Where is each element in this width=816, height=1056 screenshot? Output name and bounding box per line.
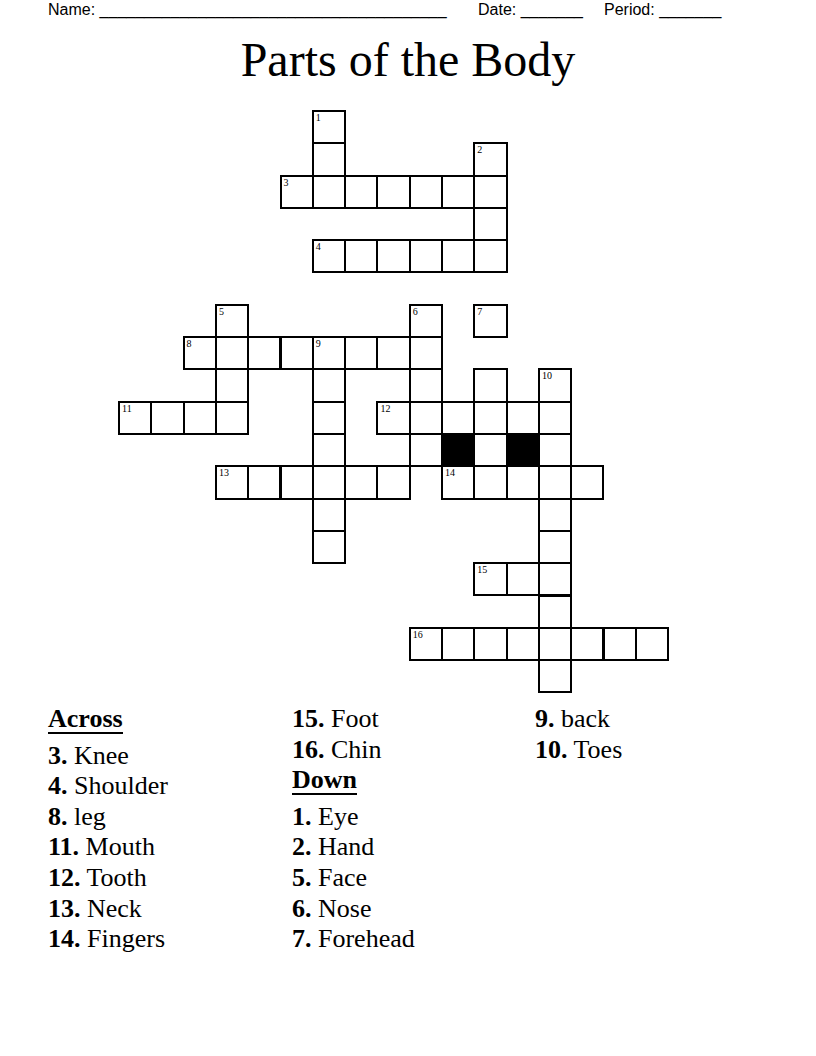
- clue-number: 12: [380, 403, 390, 414]
- clue-item-number: 7.: [292, 924, 312, 953]
- clue-item-number: 3.: [48, 741, 68, 770]
- grid-cell[interactable]: [344, 175, 378, 209]
- clue-item: 12. Tooth: [48, 863, 168, 894]
- grid-cell[interactable]: [215, 336, 249, 370]
- grid-cell[interactable]: 11: [118, 401, 152, 435]
- grid-cell[interactable]: [344, 336, 378, 370]
- grid-cell[interactable]: [538, 562, 572, 596]
- grid-cell[interactable]: [150, 401, 184, 435]
- clue-item-number: 12.: [48, 863, 81, 892]
- clue-item-number: 1.: [292, 802, 312, 831]
- clue-number: 10: [542, 370, 552, 381]
- grid-cell[interactable]: 7: [473, 304, 507, 338]
- grid-cell[interactable]: [506, 562, 540, 596]
- worksheet-header: Name: __________________________________…: [0, 0, 816, 24]
- grid-cell[interactable]: 16: [409, 627, 443, 661]
- clue-number: 13: [219, 467, 229, 478]
- grid-cell[interactable]: 13: [215, 465, 249, 499]
- grid-cell[interactable]: [473, 401, 507, 435]
- grid-cell[interactable]: [603, 627, 637, 661]
- grid-cell[interactable]: [215, 401, 249, 435]
- worksheet-page: Name: __________________________________…: [0, 0, 816, 1056]
- clue-list-header-text: Across: [48, 705, 123, 734]
- grid-cell[interactable]: [473, 239, 507, 273]
- grid-cell[interactable]: [473, 207, 507, 241]
- name-blank-line: _______________________________________: [100, 1, 447, 18]
- clue-number: 11: [122, 403, 132, 414]
- grid-cell[interactable]: [538, 401, 572, 435]
- clue-item-number: 6.: [292, 894, 312, 923]
- grid-cell[interactable]: [441, 175, 475, 209]
- grid-cell[interactable]: [183, 401, 217, 435]
- clue-item: 9. back: [535, 704, 622, 735]
- name-label: Name:: [48, 1, 95, 18]
- clue-number: 4: [316, 241, 321, 252]
- grid-cell[interactable]: [312, 433, 346, 467]
- clue-item-number: 8.: [48, 802, 68, 831]
- grid-cell[interactable]: [409, 239, 443, 273]
- clue-number: 5: [219, 306, 224, 317]
- clue-list-header-text: Down: [292, 766, 357, 795]
- grid-cell[interactable]: [409, 336, 443, 370]
- clue-item-number: 11.: [48, 832, 79, 861]
- clue-item-number: 15.: [292, 704, 325, 733]
- clue-item: 5. Face: [292, 863, 415, 894]
- grid-cell[interactable]: 4: [312, 239, 346, 273]
- grid-cell[interactable]: [312, 175, 346, 209]
- grid-cell[interactable]: [538, 627, 572, 661]
- grid-cell[interactable]: [312, 401, 346, 435]
- grid-cell[interactable]: 12: [376, 401, 410, 435]
- grid-cell[interactable]: [473, 433, 507, 467]
- grid-cell[interactable]: [538, 659, 572, 693]
- grid-cell[interactable]: [441, 627, 475, 661]
- grid-cell[interactable]: [409, 368, 443, 402]
- name-field: Name: __________________________________…: [48, 1, 447, 19]
- grid-cell[interactable]: 6: [409, 304, 443, 338]
- black-cell: [506, 433, 540, 467]
- grid-cell[interactable]: [473, 175, 507, 209]
- grid-cell[interactable]: 9: [312, 336, 346, 370]
- clue-item-number: 10.: [535, 735, 568, 764]
- clue-number: 16: [413, 629, 423, 640]
- clue-column-3: 9. back10. Toes: [535, 704, 622, 765]
- clue-number: 1: [316, 112, 321, 123]
- grid-cell[interactable]: 10: [538, 368, 572, 402]
- clue-item: 15. Foot: [292, 704, 415, 735]
- grid-cell[interactable]: [409, 401, 443, 435]
- clue-column-1: Across3. Knee4. Shoulder8. leg11. Mouth1…: [48, 704, 168, 955]
- period-label: Period:: [604, 1, 655, 18]
- grid-cell[interactable]: [538, 530, 572, 564]
- grid-cell[interactable]: 1: [312, 110, 346, 144]
- grid-cell[interactable]: [376, 336, 410, 370]
- clue-item: 13. Neck: [48, 894, 168, 925]
- grid-cell[interactable]: [247, 465, 281, 499]
- black-cell: [441, 433, 475, 467]
- clue-item: 8. leg: [48, 802, 168, 833]
- clue-number: 8: [187, 338, 192, 349]
- clue-item-number: 16.: [292, 735, 325, 764]
- grid-cell[interactable]: [473, 465, 507, 499]
- clue-number: 7: [477, 306, 482, 317]
- grid-cell[interactable]: 2: [473, 142, 507, 176]
- clue-number: 9: [316, 338, 321, 349]
- grid-cell[interactable]: [506, 465, 540, 499]
- clue-number: 3: [284, 177, 289, 188]
- grid-cell[interactable]: 5: [215, 304, 249, 338]
- clue-item-number: 4.: [48, 771, 68, 800]
- grid-cell[interactable]: [538, 433, 572, 467]
- grid-cell[interactable]: [344, 239, 378, 273]
- clue-item-number: 2.: [292, 832, 312, 861]
- grid-cell[interactable]: 15: [473, 562, 507, 596]
- grid-cell[interactable]: [409, 433, 443, 467]
- grid-cell[interactable]: [570, 465, 604, 499]
- grid-cell[interactable]: [441, 401, 475, 435]
- grid-cell[interactable]: [635, 627, 669, 661]
- clue-number: 14: [445, 467, 455, 478]
- grid-cell[interactable]: [312, 142, 346, 176]
- clue-item: 1. Eye: [292, 802, 415, 833]
- grid-cell[interactable]: [441, 239, 475, 273]
- page-title: Parts of the Body: [0, 33, 816, 87]
- clue-number: 15: [477, 564, 487, 575]
- grid-cell[interactable]: [280, 465, 314, 499]
- grid-cell[interactable]: [506, 627, 540, 661]
- grid-cell[interactable]: [312, 530, 346, 564]
- grid-cell[interactable]: [376, 239, 410, 273]
- clue-item-number: 9.: [535, 704, 555, 733]
- clue-item: 2. Hand: [292, 832, 415, 863]
- grid-cell[interactable]: 3: [280, 175, 314, 209]
- clue-list-header-down: Down: [292, 765, 415, 796]
- grid-cell[interactable]: 14: [441, 465, 475, 499]
- clue-number: 6: [413, 306, 418, 317]
- clue-column-2: 15. Foot16. ChinDown1. Eye2. Hand5. Face…: [292, 704, 415, 955]
- grid-cell[interactable]: [312, 498, 346, 532]
- clue-item: 3. Knee: [48, 741, 168, 772]
- clue-item-number: 14.: [48, 924, 81, 953]
- grid-cell[interactable]: [538, 595, 572, 629]
- grid-cell[interactable]: [247, 336, 281, 370]
- clue-number: 2: [477, 144, 482, 155]
- clue-item: 7. Forehead: [292, 924, 415, 955]
- grid-cell[interactable]: [538, 465, 572, 499]
- date-label: Date:: [478, 1, 516, 18]
- grid-cell[interactable]: [506, 401, 540, 435]
- clue-item: 14. Fingers: [48, 924, 168, 955]
- grid-cell[interactable]: [344, 465, 378, 499]
- grid-cell[interactable]: [570, 627, 604, 661]
- date-blank-line: _______: [521, 1, 583, 18]
- grid-cell[interactable]: [376, 175, 410, 209]
- grid-cell[interactable]: [312, 368, 346, 402]
- grid-cell[interactable]: [409, 175, 443, 209]
- grid-cell[interactable]: [376, 465, 410, 499]
- date-field: Date: _______: [478, 1, 583, 19]
- clue-item: 6. Nose: [292, 894, 415, 925]
- grid-cell[interactable]: [215, 368, 249, 402]
- grid-cell[interactable]: [473, 627, 507, 661]
- grid-cell[interactable]: [312, 465, 346, 499]
- clue-item-number: 5.: [292, 863, 312, 892]
- clue-item-number: 13.: [48, 894, 81, 923]
- grid-cell[interactable]: [280, 336, 314, 370]
- grid-cell[interactable]: 8: [183, 336, 217, 370]
- clue-list-header-across: Across: [48, 704, 168, 735]
- clue-item: 16. Chin: [292, 735, 415, 766]
- clue-item: 4. Shoulder: [48, 771, 168, 802]
- period-field: Period: _______: [604, 1, 721, 19]
- grid-cell[interactable]: [538, 498, 572, 532]
- period-blank-line: _______: [659, 1, 721, 18]
- crossword-grid: 12345678910111213141516: [118, 110, 670, 694]
- clue-item: 10. Toes: [535, 735, 622, 766]
- clue-item: 11. Mouth: [48, 832, 168, 863]
- grid-cell[interactable]: [473, 368, 507, 402]
